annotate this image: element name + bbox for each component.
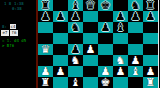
square-g1[interactable] — [128, 77, 143, 88]
square-h2[interactable]: ♟ — [143, 66, 158, 77]
square-h7[interactable]: ♟ — [143, 11, 158, 22]
piece-black-pawn[interactable]: ♟ — [56, 11, 66, 22]
square-a4[interactable]: ♛ — [38, 44, 53, 55]
square-b1[interactable] — [53, 77, 68, 88]
square-a1[interactable]: ♜ — [38, 77, 53, 88]
square-h6[interactable] — [143, 22, 158, 33]
square-d3[interactable] — [83, 55, 98, 66]
piece-black-rook[interactable]: ♜ — [41, 0, 51, 11]
square-h3[interactable] — [143, 55, 158, 66]
piece-white-king[interactable]: ♚ — [101, 77, 111, 88]
square-a7[interactable]: ♟ — [38, 11, 53, 22]
square-e7[interactable] — [98, 11, 113, 22]
piece-white-queen[interactable]: ♛ — [41, 44, 51, 55]
square-d7[interactable] — [83, 11, 98, 22]
piece-black-bishop[interactable]: ♝ — [71, 0, 81, 11]
piece-black-pawn[interactable]: ♟ — [101, 22, 111, 33]
square-e6[interactable]: ♟ — [98, 22, 113, 33]
chess-app-screen: 1 8 1:38 0:38 8: c4 e7 f6 = 1. d4 d5 > B… — [0, 0, 160, 88]
square-d4[interactable]: ♟ — [83, 44, 98, 55]
square-h1[interactable]: ♜ — [143, 77, 158, 88]
square-g7[interactable]: ♟ — [128, 11, 143, 22]
square-f5[interactable] — [113, 33, 128, 44]
square-b4[interactable] — [53, 44, 68, 55]
piece-white-pawn[interactable]: ♟ — [146, 66, 156, 77]
move-input-to[interactable]: f6 — [10, 30, 18, 36]
piece-black-knight[interactable]: ♞ — [71, 22, 81, 33]
square-e2[interactable]: ♟ — [98, 66, 113, 77]
chess-board: ♜♝♛♚♞♜♟♟♟♟♟♟♞♟♝♛♟♟♞♞♟♟♟♟♟♝♟♜♝♚♜ — [38, 0, 158, 88]
square-f8[interactable] — [113, 0, 128, 11]
prompt-label: 8: — [2, 24, 7, 29]
square-a3[interactable] — [38, 55, 53, 66]
square-f4[interactable] — [113, 44, 128, 55]
piece-black-king[interactable]: ♚ — [101, 0, 111, 11]
square-e4[interactable] — [98, 44, 113, 55]
piece-white-pawn[interactable]: ♟ — [56, 66, 66, 77]
last-move-line: > Bf6 — [2, 43, 14, 48]
piece-white-pawn[interactable]: ♟ — [101, 66, 111, 77]
piece-black-pawn[interactable]: ♟ — [146, 11, 156, 22]
square-d1[interactable] — [83, 77, 98, 88]
square-b5[interactable] — [53, 33, 68, 44]
square-c5[interactable] — [68, 33, 83, 44]
piece-white-bishop[interactable]: ♝ — [71, 77, 81, 88]
square-f6[interactable]: ♝ — [113, 22, 128, 33]
piece-black-pawn[interactable]: ♟ — [116, 11, 126, 22]
square-h4[interactable] — [143, 44, 158, 55]
square-e1[interactable]: ♚ — [98, 77, 113, 88]
piece-white-pawn[interactable]: ♟ — [86, 44, 96, 55]
square-g3[interactable]: ♟ — [128, 55, 143, 66]
piece-white-knight[interactable]: ♞ — [116, 55, 126, 66]
piece-white-knight[interactable]: ♞ — [71, 55, 81, 66]
piece-black-pawn[interactable]: ♟ — [131, 11, 141, 22]
status-panel: 1 8 1:38 0:38 8: c4 e7 f6 = 1. d4 d5 > B… — [0, 0, 36, 88]
square-g2[interactable]: ♝ — [128, 66, 143, 77]
square-a8[interactable]: ♜ — [38, 0, 53, 11]
square-c3[interactable]: ♞ — [68, 55, 83, 66]
square-f7[interactable]: ♟ — [113, 11, 128, 22]
square-c8[interactable]: ♝ — [68, 0, 83, 11]
square-c1[interactable]: ♝ — [68, 77, 83, 88]
move-input-from[interactable]: e7 — [1, 30, 9, 36]
square-a5[interactable] — [38, 33, 53, 44]
square-d8[interactable]: ♛ — [83, 0, 98, 11]
square-a2[interactable]: ♟ — [38, 66, 53, 77]
square-b7[interactable]: ♟ — [53, 11, 68, 22]
piece-black-pawn[interactable]: ♟ — [41, 11, 51, 22]
piece-white-rook[interactable]: ♜ — [41, 77, 51, 88]
piece-white-pawn[interactable]: ♟ — [41, 66, 51, 77]
square-h8[interactable]: ♜ — [143, 0, 158, 11]
square-f3[interactable]: ♞ — [113, 55, 128, 66]
square-g5[interactable] — [128, 33, 143, 44]
square-b3[interactable] — [53, 55, 68, 66]
square-g6[interactable] — [128, 22, 143, 33]
piece-black-queen[interactable]: ♛ — [86, 0, 96, 11]
square-e5[interactable] — [98, 33, 113, 44]
piece-white-pawn[interactable]: ♟ — [131, 55, 141, 66]
square-h5[interactable] — [143, 33, 158, 44]
square-g8[interactable]: ♞ — [128, 0, 143, 11]
piece-white-pawn[interactable]: ♟ — [116, 66, 126, 77]
square-e3[interactable] — [98, 55, 113, 66]
square-d5[interactable] — [83, 33, 98, 44]
square-b6[interactable] — [53, 22, 68, 33]
move-cell[interactable]: c4 — [10, 24, 16, 29]
piece-black-knight[interactable]: ♞ — [131, 0, 141, 11]
square-c7[interactable]: ♟ — [68, 11, 83, 22]
square-f2[interactable]: ♟ — [113, 66, 128, 77]
piece-white-bishop[interactable]: ♝ — [131, 66, 141, 77]
square-d6[interactable] — [83, 22, 98, 33]
square-b8[interactable] — [53, 0, 68, 11]
square-c6[interactable]: ♞ — [68, 22, 83, 33]
black-clock: 0:38 — [12, 6, 22, 11]
square-d2[interactable] — [83, 66, 98, 77]
piece-black-rook[interactable]: ♜ — [146, 0, 156, 11]
move-counter: 1 8 — [4, 1, 11, 6]
square-c2[interactable] — [68, 66, 83, 77]
square-c4[interactable]: ♟ — [68, 44, 83, 55]
piece-white-rook[interactable]: ♜ — [146, 77, 156, 88]
square-a6[interactable] — [38, 22, 53, 33]
square-e8[interactable]: ♚ — [98, 0, 113, 11]
piece-black-bishop[interactable]: ♝ — [116, 22, 126, 33]
square-f1[interactable] — [113, 77, 128, 88]
piece-black-pawn[interactable]: ♟ — [71, 44, 81, 55]
piece-black-pawn[interactable]: ♟ — [71, 11, 81, 22]
square-b2[interactable]: ♟ — [53, 66, 68, 77]
square-g4[interactable] — [128, 44, 143, 55]
